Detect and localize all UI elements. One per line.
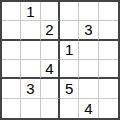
cell-r6c6[interactable] — [99, 99, 118, 118]
cell-r3c2[interactable] — [21, 41, 40, 60]
cell-r3c3[interactable] — [41, 41, 60, 60]
cell-r1c5[interactable] — [79, 2, 98, 21]
cell-r5c2[interactable]: 3 — [21, 79, 40, 98]
cell-r5c3[interactable] — [41, 79, 60, 98]
sudoku-board: 12314354 — [0, 0, 120, 120]
cell-r2c3[interactable]: 2 — [41, 21, 60, 40]
cell-r5c4[interactable]: 5 — [60, 79, 79, 98]
cell-r5c1[interactable] — [2, 79, 21, 98]
cell-r5c6[interactable] — [99, 79, 118, 98]
cell-r6c4[interactable] — [60, 99, 79, 118]
cell-r6c2[interactable] — [21, 99, 40, 118]
cell-r4c4[interactable] — [60, 60, 79, 79]
cell-r1c3[interactable] — [41, 2, 60, 21]
cell-r2c4[interactable] — [60, 21, 79, 40]
cell-r2c2[interactable] — [21, 21, 40, 40]
cell-r6c1[interactable] — [2, 99, 21, 118]
cell-r2c6[interactable] — [99, 21, 118, 40]
cell-r3c5[interactable] — [79, 41, 98, 60]
cell-r3c6[interactable] — [99, 41, 118, 60]
cell-r3c1[interactable] — [2, 41, 21, 60]
cell-r1c1[interactable] — [2, 2, 21, 21]
cell-r6c3[interactable] — [41, 99, 60, 118]
cell-r2c5[interactable]: 3 — [79, 21, 98, 40]
cell-r6c5[interactable]: 4 — [79, 99, 98, 118]
cell-r4c1[interactable] — [2, 60, 21, 79]
cell-r1c6[interactable] — [99, 2, 118, 21]
cell-r4c3[interactable]: 4 — [41, 60, 60, 79]
cell-r4c6[interactable] — [99, 60, 118, 79]
cell-r1c2[interactable]: 1 — [21, 2, 40, 21]
cell-r4c5[interactable] — [79, 60, 98, 79]
cell-r2c1[interactable] — [2, 21, 21, 40]
cell-r3c4[interactable]: 1 — [60, 41, 79, 60]
cell-r1c4[interactable] — [60, 2, 79, 21]
cell-r5c5[interactable] — [79, 79, 98, 98]
cell-r4c2[interactable] — [21, 60, 40, 79]
